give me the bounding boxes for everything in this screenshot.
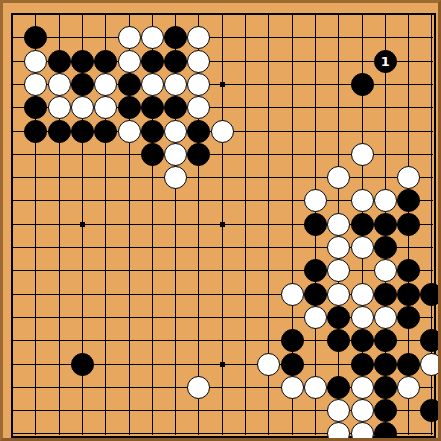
- white-stone: [397, 376, 420, 399]
- black-stone: [374, 283, 397, 306]
- black-stone: [71, 50, 94, 73]
- black-stone: [24, 120, 47, 143]
- white-stone: [351, 376, 374, 399]
- black-stone: [71, 353, 94, 376]
- white-stone: [48, 73, 71, 96]
- white-stone: [281, 376, 304, 399]
- white-stone: [71, 96, 94, 119]
- black-stone: [374, 376, 397, 399]
- black-stone: 1: [374, 50, 397, 73]
- white-stone: [420, 353, 441, 376]
- white-stone: [351, 236, 374, 259]
- black-stone: [374, 236, 397, 259]
- black-stone: [71, 73, 94, 96]
- go-board: 1: [0, 0, 441, 441]
- black-stone: [374, 399, 397, 422]
- black-stone: [327, 306, 350, 329]
- black-stone: [281, 329, 304, 352]
- white-stone: [164, 73, 187, 96]
- white-stone: [351, 143, 374, 166]
- white-stone: [187, 50, 210, 73]
- black-stone: [141, 50, 164, 73]
- white-stone: [257, 353, 280, 376]
- white-stone: [327, 283, 350, 306]
- white-stone: [304, 376, 327, 399]
- black-stone: [420, 329, 441, 352]
- black-stone: [351, 353, 374, 376]
- black-stone: [374, 353, 397, 376]
- white-stone: [351, 283, 374, 306]
- black-stone: [397, 283, 420, 306]
- black-stone: [351, 213, 374, 236]
- white-stone: [281, 283, 304, 306]
- white-stone: [304, 306, 327, 329]
- white-stone: [374, 259, 397, 282]
- white-stone: [141, 73, 164, 96]
- black-stone: [327, 376, 350, 399]
- black-stone: [48, 50, 71, 73]
- black-stone: [71, 120, 94, 143]
- white-stone: [118, 50, 141, 73]
- black-stone: [118, 73, 141, 96]
- star-point: [80, 222, 85, 227]
- black-stone: [48, 120, 71, 143]
- black-stone: [351, 73, 374, 96]
- black-stone: [304, 213, 327, 236]
- white-stone: [118, 26, 141, 49]
- black-stone: [141, 143, 164, 166]
- white-stone: [24, 50, 47, 73]
- white-stone: [374, 306, 397, 329]
- black-stone: [141, 120, 164, 143]
- white-stone: [351, 189, 374, 212]
- black-stone: [420, 283, 441, 306]
- white-stone: [351, 422, 374, 441]
- black-stone: [374, 422, 397, 441]
- star-point: [220, 362, 225, 367]
- white-stone: [48, 96, 71, 119]
- white-stone: [94, 73, 117, 96]
- black-stone: [420, 399, 441, 422]
- black-stone: [164, 50, 187, 73]
- black-stone: [281, 353, 304, 376]
- black-stone: [397, 213, 420, 236]
- white-stone: [211, 120, 234, 143]
- white-stone: [327, 422, 350, 441]
- white-stone: [327, 213, 350, 236]
- white-stone: [141, 26, 164, 49]
- white-stone: [351, 399, 374, 422]
- white-stone: [118, 120, 141, 143]
- black-stone: [187, 120, 210, 143]
- black-stone: [141, 96, 164, 119]
- star-point: [220, 222, 225, 227]
- black-stone: [351, 329, 374, 352]
- white-stone: [351, 306, 374, 329]
- black-stone: [94, 50, 117, 73]
- white-stone: [164, 120, 187, 143]
- black-stone: [397, 306, 420, 329]
- black-stone: [94, 120, 117, 143]
- star-point: [220, 82, 225, 87]
- black-stone: [374, 213, 397, 236]
- black-stone: [304, 283, 327, 306]
- white-stone: [164, 143, 187, 166]
- black-stone: [397, 353, 420, 376]
- black-stone: [118, 96, 141, 119]
- move-number-label: 1: [381, 55, 390, 68]
- black-stone: [374, 329, 397, 352]
